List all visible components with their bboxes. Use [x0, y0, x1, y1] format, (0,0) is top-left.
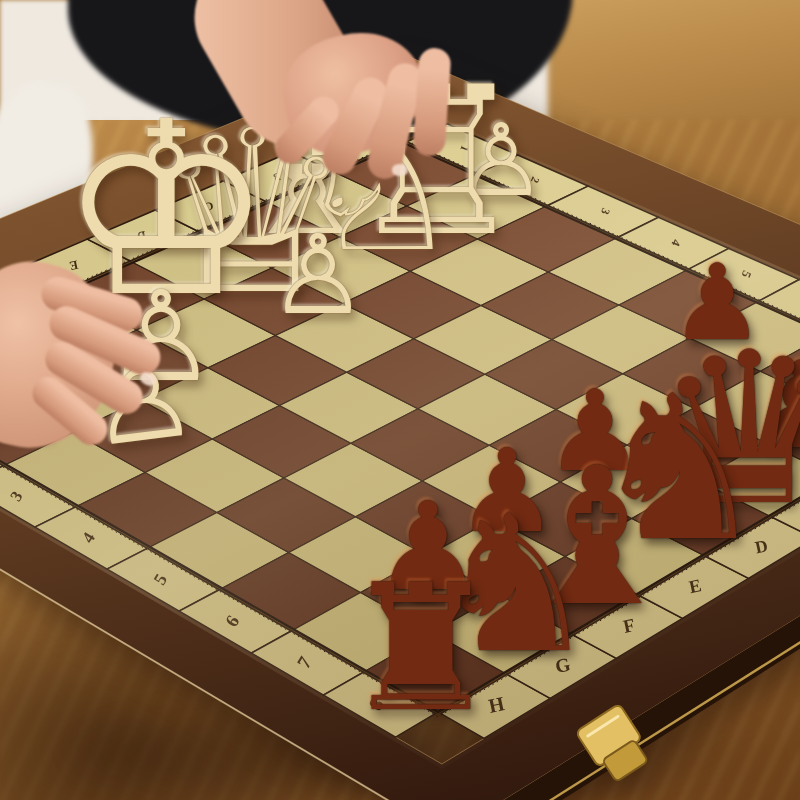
right-arm	[196, 0, 496, 216]
right-ring-finger	[412, 47, 451, 157]
piece-wP-d2[interactable]: ♙	[269, 220, 368, 330]
left-fingernail	[138, 370, 158, 388]
right-fingernail	[392, 164, 408, 176]
left-hand	[0, 235, 212, 470]
photo-stage: HGFEDCBAHGFEDCBA1234567812345678 ♙♗♖♘♕♔♙…	[0, 0, 800, 800]
piece-bR-h8[interactable]: ♜	[343, 561, 500, 736]
